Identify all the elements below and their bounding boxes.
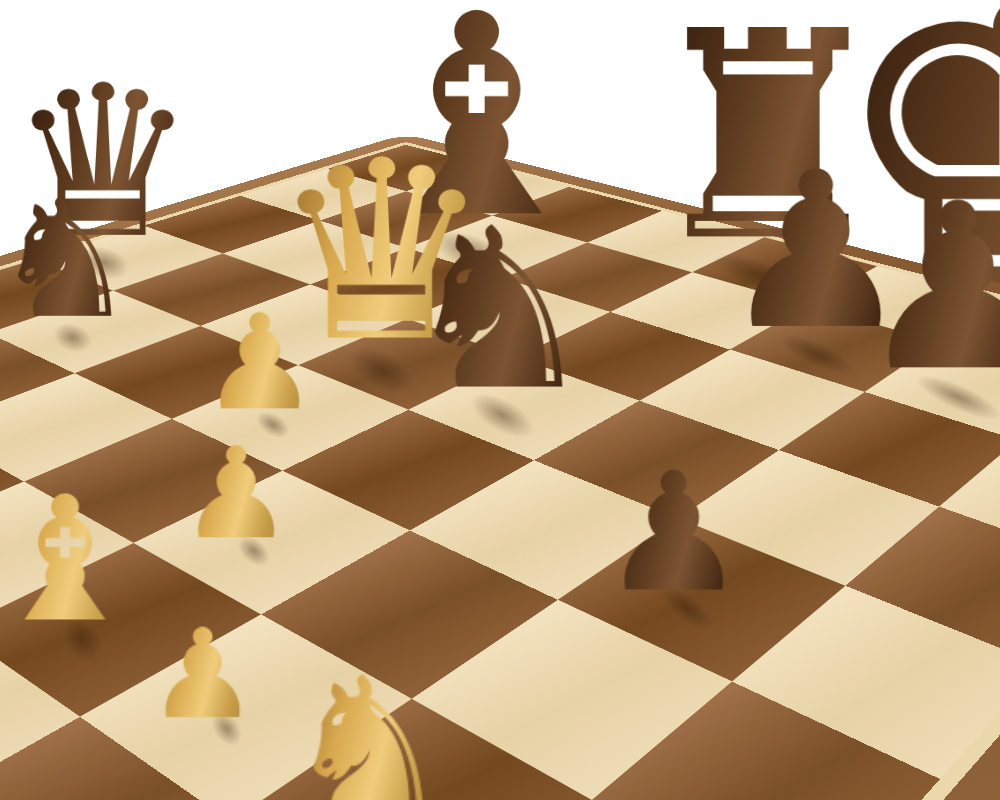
piece-white-pawn-e3[interactable]: ♟ [180, 432, 293, 556]
board-frame: ♜♚♝♟♟♛♛♞♞♟♟♟♚♝♟♞♜ [0, 134, 1000, 800]
chess-photo-scene: ♜♚♝♟♟♛♛♞♞♟♟♟♚♝♟♞♜ [0, 0, 1000, 800]
piece-white-pawn-d4[interactable]: ♟ [201, 299, 319, 428]
board-inner-border: ♜♚♝♟♟♛♛♞♞♟♟♟♚♝♟♞♜ [0, 142, 1000, 800]
piece-white-knight-g2[interactable]: ♞ [282, 655, 454, 800]
piece-black-pawn-g7[interactable]: ♟ [855, 175, 1000, 400]
piece-white-bishop-e2[interactable]: ♝ [0, 476, 142, 645]
piece-white-pawn-f2[interactable]: ♟ [147, 614, 258, 735]
board-grid: ♜♚♝♟♟♛♛♞♞♟♟♟♚♝♟♞♜ [0, 145, 1000, 800]
piece-black-knight-b4[interactable]: ♞ [0, 181, 138, 341]
chess-board: ♜♚♝♟♟♛♛♞♞♟♟♟♚♝♟♞♜ [0, 134, 1000, 800]
piece-black-knight-e5[interactable]: ♞ [399, 201, 598, 419]
piece-black-pawn-g4[interactable]: ♟ [600, 453, 747, 614]
